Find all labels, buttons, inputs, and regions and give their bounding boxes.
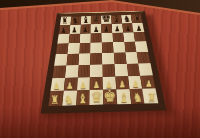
square-f2: ♟ xyxy=(115,76,129,90)
square-c5 xyxy=(79,43,91,54)
square-c8: ♝ xyxy=(81,16,91,25)
piece-black-king-e8: ♚ xyxy=(101,12,111,24)
square-g5 xyxy=(124,42,137,53)
square-c2: ♟ xyxy=(77,77,90,91)
square-d8: ♛ xyxy=(91,16,101,25)
square-e3 xyxy=(102,64,115,77)
piece-white-pawn-c2: ♟ xyxy=(80,81,87,90)
piece-white-pawn-f2: ♟ xyxy=(119,80,126,89)
piece-black-bishop-c8: ♝ xyxy=(82,14,90,24)
square-d5 xyxy=(90,43,102,54)
square-d3 xyxy=(90,64,103,77)
piece-black-rook-h8: ♜ xyxy=(134,15,141,24)
piece-white-bishop-f1: ♝ xyxy=(118,91,129,104)
chess-board: ♜♞♝♛♚♝♞♜♟♟♟♟♟♟♟♟♟♟♟♟♟♟♟♟♜♞♝♛♚♝♞♜ xyxy=(41,11,167,114)
square-e8: ♚ xyxy=(101,15,112,24)
board-grid: ♜♞♝♛♚♝♞♜♟♟♟♟♟♟♟♟♟♟♟♟♟♟♟♟♜♞♝♛♚♝♞♜ xyxy=(48,15,158,106)
square-b1: ♞ xyxy=(62,91,77,106)
square-f3 xyxy=(114,64,127,77)
piece-black-rook-a8: ♜ xyxy=(62,16,69,25)
square-h1: ♜ xyxy=(142,89,158,104)
square-e1: ♚ xyxy=(103,90,117,105)
square-h7: ♟ xyxy=(132,23,144,32)
square-c3 xyxy=(77,65,90,78)
square-b6 xyxy=(68,33,80,43)
square-b3 xyxy=(65,65,78,78)
square-h6 xyxy=(134,32,147,42)
piece-black-knight-g8: ♞ xyxy=(123,14,130,23)
square-c6 xyxy=(80,33,91,43)
piece-white-pawn-d2: ♟ xyxy=(93,81,100,90)
piece-white-pawn-h2: ♟ xyxy=(145,80,152,89)
square-d6 xyxy=(91,33,102,43)
chess-photo-scene: ♜♞♝♛♚♝♞♜♟♟♟♟♟♟♟♟♟♟♟♟♟♟♟♟♜♞♝♛♚♝♞♜ xyxy=(0,0,200,138)
square-d4 xyxy=(90,53,102,65)
piece-white-pawn-a2: ♟ xyxy=(53,82,60,91)
piece-white-bishop-c1: ♝ xyxy=(77,92,88,105)
square-a8: ♜ xyxy=(60,16,71,25)
square-e5 xyxy=(102,42,114,53)
square-c7: ♟ xyxy=(80,24,91,33)
square-h8: ♜ xyxy=(131,15,143,24)
square-e6 xyxy=(101,33,112,43)
square-b4 xyxy=(66,54,79,66)
piece-white-rook-a1: ♜ xyxy=(51,94,60,106)
square-h3 xyxy=(138,63,152,76)
board-frame: ♜♞♝♛♚♝♞♜♟♟♟♟♟♟♟♟♟♟♟♟♟♟♟♟♜♞♝♛♚♝♞♜ xyxy=(41,11,167,114)
piece-white-rook-h1: ♜ xyxy=(147,92,156,104)
square-e7: ♟ xyxy=(101,24,112,33)
square-b8: ♞ xyxy=(70,16,81,25)
piece-black-bishop-f8: ♝ xyxy=(113,14,121,24)
piece-white-pawn-g2: ♟ xyxy=(132,80,139,89)
square-c4 xyxy=(78,53,90,65)
square-b5 xyxy=(67,43,79,54)
piece-white-king-e1: ♚ xyxy=(104,88,117,104)
square-c1: ♝ xyxy=(76,90,90,105)
piece-black-queen-d8: ♛ xyxy=(91,13,100,24)
square-b7: ♟ xyxy=(69,25,80,34)
square-d1: ♛ xyxy=(90,90,104,105)
square-a4 xyxy=(54,54,67,66)
piece-black-knight-b8: ♞ xyxy=(72,15,79,24)
piece-white-pawn-e2: ♟ xyxy=(106,81,113,90)
piece-white-knight-b1: ♞ xyxy=(64,93,74,106)
piece-white-queen-d1: ♛ xyxy=(90,90,102,105)
piece-white-knight-g1: ♞ xyxy=(133,91,143,104)
square-e4 xyxy=(102,53,114,65)
square-h5 xyxy=(135,41,148,52)
square-e2: ♟ xyxy=(103,76,116,90)
square-h2: ♟ xyxy=(140,75,155,89)
square-b2: ♟ xyxy=(64,77,78,91)
square-a3 xyxy=(52,65,66,78)
square-h4 xyxy=(137,52,151,64)
piece-white-pawn-b2: ♟ xyxy=(66,82,73,91)
square-d2: ♟ xyxy=(90,77,103,91)
square-d7: ♟ xyxy=(91,24,102,33)
square-g1: ♞ xyxy=(129,89,144,104)
